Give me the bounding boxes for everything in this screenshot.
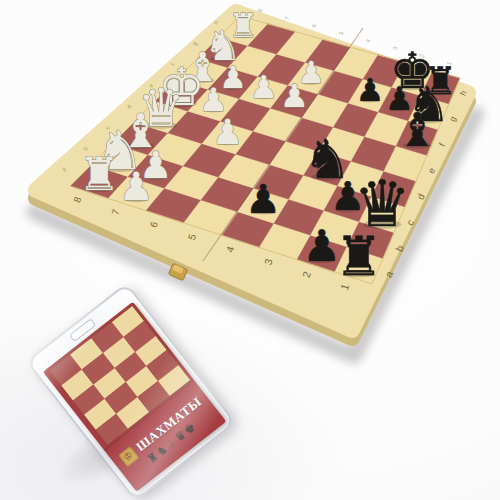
rank-label-far-5: 5 (338, 30, 345, 36)
rank-label-far-4: 4 (365, 38, 372, 44)
piece-white-pawn-d6: ♟ (212, 112, 243, 152)
piece-black-bishop-f1: ♝ (396, 103, 438, 157)
brand-crown-logo: ♔ (118, 446, 139, 467)
piece-white-pawn-f5: ♟ (280, 77, 309, 115)
piece-white-rook-a8: ♜ (78, 147, 120, 201)
rank-label-far-6: 6 (311, 23, 318, 29)
piece-white-pawn-a7: ♟ (119, 164, 154, 209)
rank-label-far-7: 7 (284, 15, 291, 21)
product-photo-stage: 1122334455667788aabbccddeeffgghh♜♞♝♟♚♟♜♟… (0, 0, 500, 500)
piece-black-pawn-g3: ♟ (356, 72, 384, 108)
piece-black-rook-a1: ♜ (335, 225, 383, 288)
piece-black-pawn-b4: ♟ (245, 176, 281, 222)
piece-white-pawn-f6: ♟ (250, 69, 278, 105)
